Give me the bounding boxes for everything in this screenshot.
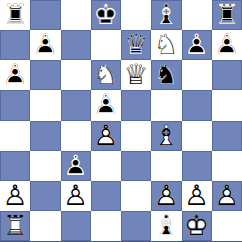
square-c1[interactable] — [61, 211, 91, 241]
square-a4[interactable] — [0, 121, 30, 151]
square-c4[interactable] — [61, 121, 91, 151]
white-pawn-glyph-outline: ♙ — [61, 181, 91, 211]
white-pawn-glyph-fill: ♟ — [61, 181, 91, 211]
piece-black-pawn: ♟♙ — [91, 90, 121, 120]
square-c6[interactable] — [61, 60, 91, 90]
square-h1[interactable] — [212, 211, 242, 241]
piece-white-bishop: ♝♗ — [151, 121, 181, 151]
square-f1[interactable]: ♝♗ — [151, 211, 181, 241]
square-g5[interactable] — [182, 90, 212, 120]
square-e3[interactable] — [121, 151, 151, 181]
white-pawn-glyph-fill: ♟ — [91, 121, 121, 151]
white-pawn-glyph-outline: ♙ — [0, 181, 30, 211]
piece-white-king: ♚♔ — [182, 211, 212, 241]
black-pawn-glyph-fill: ♟ — [30, 30, 60, 60]
square-a7[interactable] — [0, 30, 30, 60]
piece-white-pawn: ♟♙ — [212, 181, 242, 211]
black-pawn-glyph-fill: ♟ — [0, 60, 30, 90]
black-pawn-glyph-outline: ♙ — [91, 90, 121, 120]
white-bishop-glyph-fill: ♝ — [151, 121, 181, 151]
square-d1[interactable] — [91, 211, 121, 241]
square-b2[interactable] — [30, 181, 60, 211]
white-pawn-glyph-outline: ♙ — [182, 181, 212, 211]
square-g4[interactable] — [182, 121, 212, 151]
square-d8[interactable]: ♚♔ — [91, 0, 121, 30]
piece-black-pawn: ♟♙ — [0, 60, 30, 90]
white-king-glyph-outline: ♔ — [182, 211, 212, 241]
white-pawn-glyph-fill: ♟ — [0, 181, 30, 211]
square-e7[interactable]: ♛♕ — [121, 30, 151, 60]
piece-white-pawn: ♟♙ — [91, 121, 121, 151]
white-pawn-glyph-fill: ♟ — [182, 181, 212, 211]
square-a2[interactable]: ♟♙ — [0, 181, 30, 211]
chess-board: ♜♖♚♔♝♗♜♖♟♙♛♕♞♘♟♙♟♙♟♙♞♘♛♕♞♘♟♙♟♙♝♗♟♙♟♙♟♙♟♙… — [0, 0, 242, 242]
piece-black-pawn: ♟♙ — [30, 30, 60, 60]
white-bishop-glyph-outline: ♗ — [151, 121, 181, 151]
black-knight-glyph-fill: ♞ — [151, 60, 181, 90]
square-g1[interactable]: ♚♔ — [182, 211, 212, 241]
black-king-glyph-fill: ♚ — [91, 0, 121, 30]
square-b5[interactable] — [30, 90, 60, 120]
square-g6[interactable] — [182, 60, 212, 90]
square-c5[interactable] — [61, 90, 91, 120]
square-h4[interactable] — [212, 121, 242, 151]
square-h6[interactable] — [212, 60, 242, 90]
black-pawn-glyph-fill: ♟ — [182, 30, 212, 60]
piece-black-pawn: ♟♙ — [61, 151, 91, 181]
square-e5[interactable] — [121, 90, 151, 120]
square-b7[interactable]: ♟♙ — [30, 30, 60, 60]
piece-white-pawn: ♟♙ — [61, 181, 91, 211]
square-b8[interactable] — [30, 0, 60, 30]
square-h8[interactable]: ♜♖ — [212, 0, 242, 30]
black-bishop-glyph-fill: ♝ — [151, 0, 181, 30]
black-king-glyph-outline: ♔ — [91, 0, 121, 30]
white-knight-glyph-outline: ♘ — [151, 30, 181, 60]
black-bishop-glyph-outline: ♗ — [151, 0, 181, 30]
black-pawn-glyph-fill: ♟ — [212, 30, 242, 60]
piece-black-rook: ♜♖ — [212, 0, 242, 30]
piece-white-queen: ♛♕ — [121, 60, 151, 90]
square-f5[interactable] — [151, 90, 181, 120]
black-bishop-glyph-outline: ♗ — [151, 211, 181, 241]
square-g2[interactable]: ♟♙ — [182, 181, 212, 211]
piece-black-queen: ♛♕ — [121, 30, 151, 60]
square-c7[interactable] — [61, 30, 91, 60]
black-pawn-glyph-outline: ♙ — [212, 30, 242, 60]
white-pawn-glyph-outline: ♙ — [91, 121, 121, 151]
black-pawn-glyph-outline: ♙ — [61, 151, 91, 181]
square-a5[interactable] — [0, 90, 30, 120]
square-g8[interactable] — [182, 0, 212, 30]
piece-black-knight: ♞♘ — [151, 60, 181, 90]
black-rook-glyph-outline: ♖ — [0, 0, 30, 30]
square-a3[interactable] — [0, 151, 30, 181]
white-queen-glyph-outline: ♕ — [121, 60, 151, 90]
square-h3[interactable] — [212, 151, 242, 181]
black-rook-glyph-fill: ♜ — [0, 0, 30, 30]
white-pawn-glyph-outline: ♙ — [212, 181, 242, 211]
square-f2[interactable]: ♟♙ — [151, 181, 181, 211]
black-queen-glyph-outline: ♕ — [121, 30, 151, 60]
piece-white-knight: ♞♘ — [151, 30, 181, 60]
square-e8[interactable] — [121, 0, 151, 30]
white-knight-glyph-fill: ♞ — [151, 30, 181, 60]
square-d4[interactable]: ♟♙ — [91, 121, 121, 151]
square-a6[interactable]: ♟♙ — [0, 60, 30, 90]
square-d5[interactable]: ♟♙ — [91, 90, 121, 120]
white-queen-glyph-fill: ♛ — [121, 60, 151, 90]
black-queen-glyph-fill: ♛ — [121, 30, 151, 60]
square-d3[interactable] — [91, 151, 121, 181]
white-knight-glyph-fill: ♞ — [91, 60, 121, 90]
square-h2[interactable]: ♟♙ — [212, 181, 242, 211]
piece-black-rook: ♜♖ — [0, 0, 30, 30]
square-b3[interactable] — [30, 151, 60, 181]
square-e4[interactable] — [121, 121, 151, 151]
square-c3[interactable]: ♟♙ — [61, 151, 91, 181]
black-knight-glyph-outline: ♘ — [151, 60, 181, 90]
piece-black-bishop: ♝♗ — [151, 211, 181, 241]
piece-white-rook: ♜♖ — [0, 211, 30, 241]
white-pawn-glyph-fill: ♟ — [151, 181, 181, 211]
piece-white-pawn: ♟♙ — [151, 181, 181, 211]
square-c2[interactable]: ♟♙ — [61, 181, 91, 211]
black-pawn-glyph-outline: ♙ — [0, 60, 30, 90]
piece-black-pawn: ♟♙ — [182, 30, 212, 60]
piece-white-pawn: ♟♙ — [182, 181, 212, 211]
white-king-glyph-fill: ♚ — [182, 211, 212, 241]
piece-white-knight: ♞♘ — [91, 60, 121, 90]
square-g7[interactable]: ♟♙ — [182, 30, 212, 60]
black-rook-glyph-fill: ♜ — [212, 0, 242, 30]
black-pawn-glyph-outline: ♙ — [182, 30, 212, 60]
square-f6[interactable]: ♞♘ — [151, 60, 181, 90]
square-d2[interactable] — [91, 181, 121, 211]
square-e6[interactable]: ♛♕ — [121, 60, 151, 90]
piece-black-bishop: ♝♗ — [151, 0, 181, 30]
black-bishop-glyph-fill: ♝ — [151, 211, 181, 241]
square-f4[interactable]: ♝♗ — [151, 121, 181, 151]
piece-white-pawn: ♟♙ — [0, 181, 30, 211]
square-f7[interactable]: ♞♘ — [151, 30, 181, 60]
black-pawn-glyph-fill: ♟ — [61, 151, 91, 181]
piece-black-pawn: ♟♙ — [212, 30, 242, 60]
white-pawn-glyph-outline: ♙ — [151, 181, 181, 211]
square-h5[interactable] — [212, 90, 242, 120]
square-b1[interactable] — [30, 211, 60, 241]
white-knight-glyph-outline: ♘ — [91, 60, 121, 90]
square-e2[interactable] — [121, 181, 151, 211]
square-f8[interactable]: ♝♗ — [151, 0, 181, 30]
square-a8[interactable]: ♜♖ — [0, 0, 30, 30]
square-d6[interactable]: ♞♘ — [91, 60, 121, 90]
square-e1[interactable] — [121, 211, 151, 241]
square-c8[interactable] — [61, 0, 91, 30]
square-b6[interactable] — [30, 60, 60, 90]
square-g3[interactable] — [182, 151, 212, 181]
black-pawn-glyph-fill: ♟ — [91, 90, 121, 120]
square-f3[interactable] — [151, 151, 181, 181]
piece-black-king: ♚♔ — [91, 0, 121, 30]
square-d7[interactable] — [91, 30, 121, 60]
white-rook-glyph-outline: ♖ — [0, 211, 30, 241]
square-a1[interactable]: ♜♖ — [0, 211, 30, 241]
white-pawn-glyph-fill: ♟ — [212, 181, 242, 211]
square-b4[interactable] — [30, 121, 60, 151]
square-h7[interactable]: ♟♙ — [212, 30, 242, 60]
black-rook-glyph-outline: ♖ — [212, 0, 242, 30]
black-pawn-glyph-outline: ♙ — [30, 30, 60, 60]
white-rook-glyph-fill: ♜ — [0, 211, 30, 241]
